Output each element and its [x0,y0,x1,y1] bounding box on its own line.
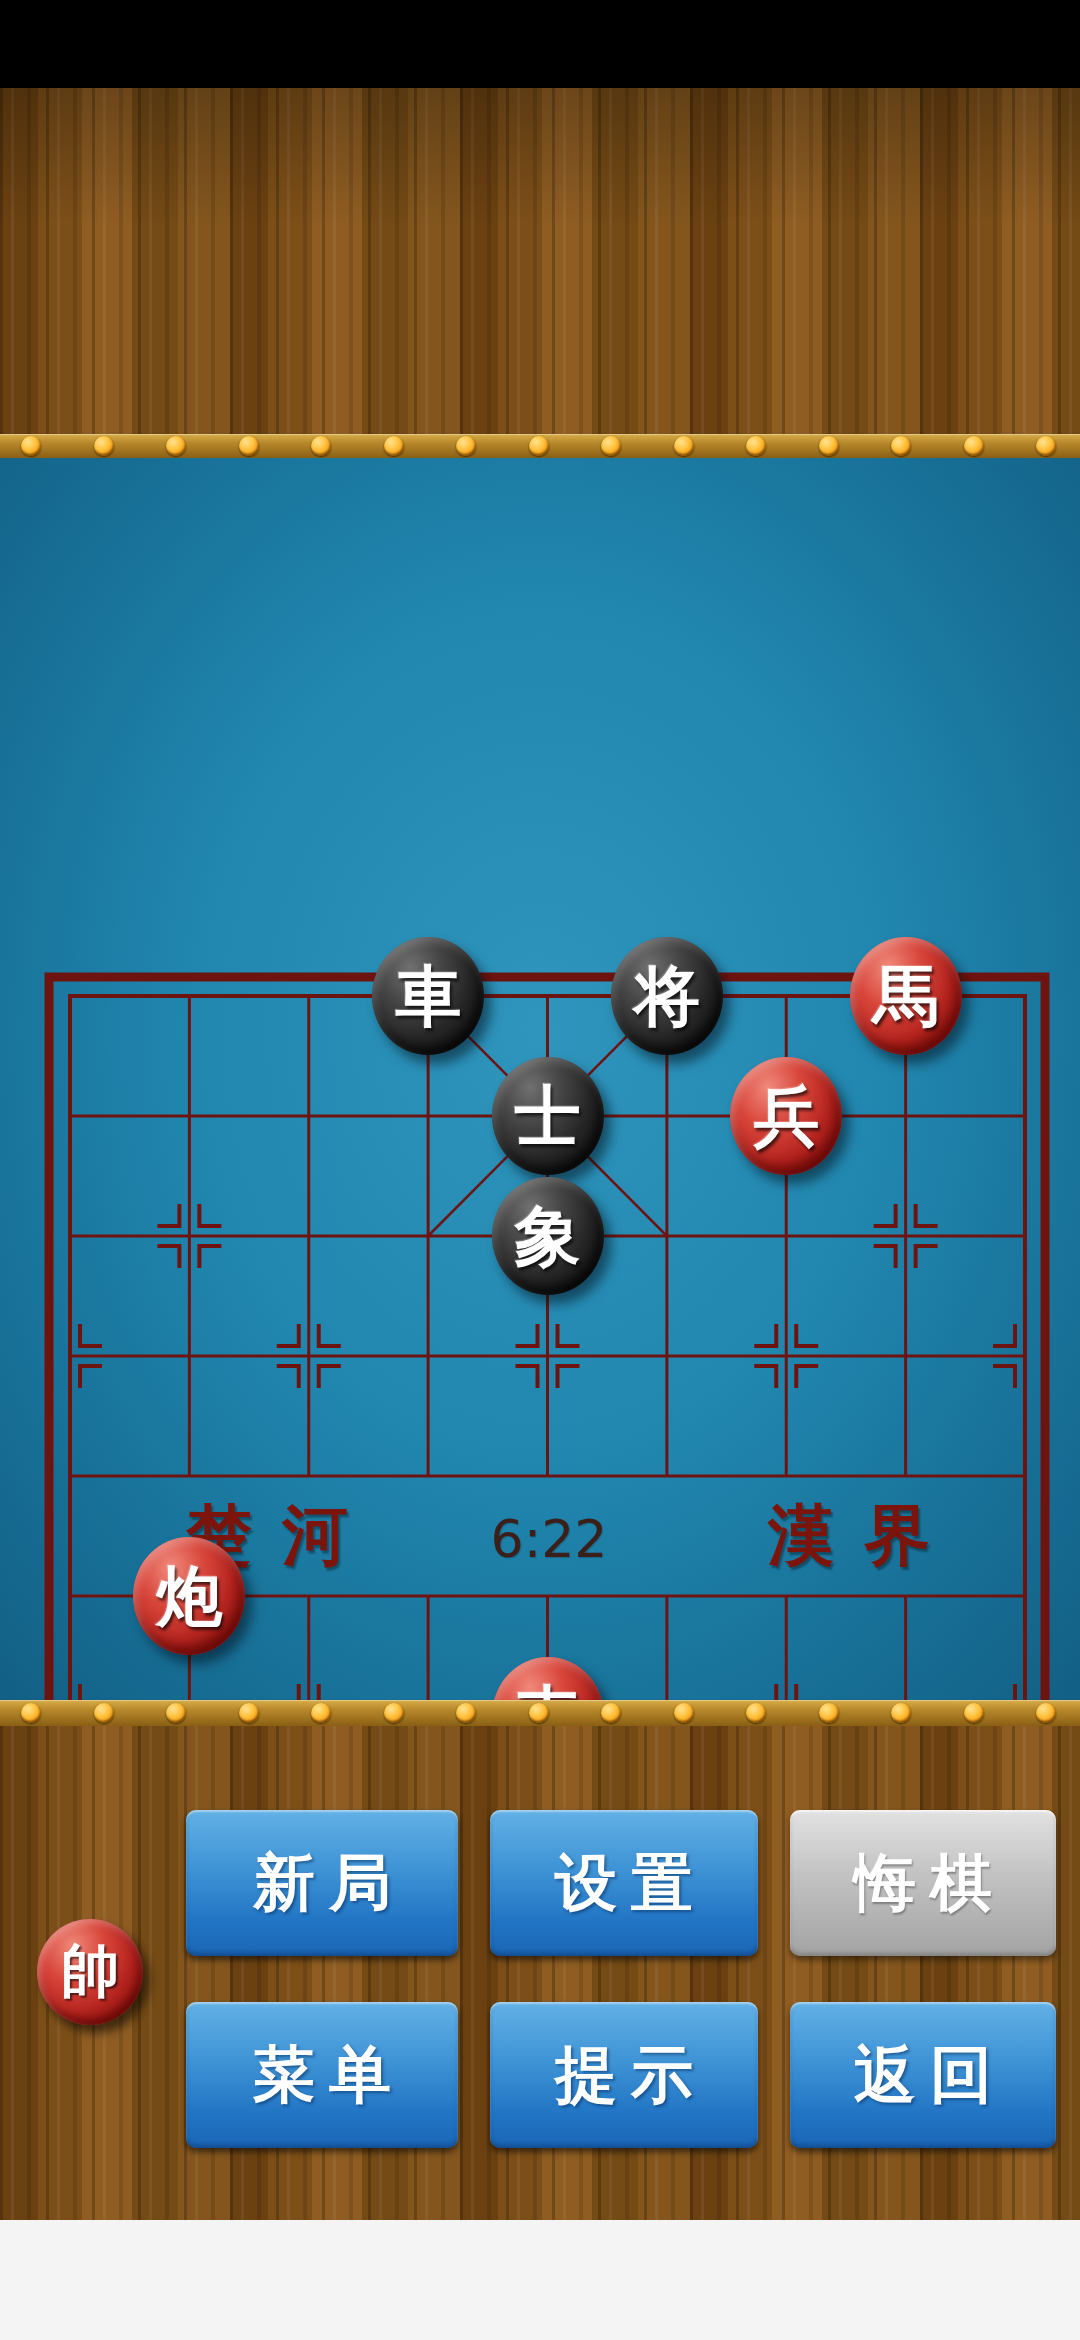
gold-stud [239,1703,259,1723]
gold-stud-rail-top [0,434,1080,458]
gold-stud [21,1703,41,1723]
gold-stud [94,1703,114,1723]
gold-stud [674,1703,694,1723]
gold-stud [746,1703,766,1723]
gold-stud [891,436,911,456]
android-nav-bar [0,2220,1080,2340]
gold-stud [1036,1703,1056,1723]
red-piece-馬[interactable]: 馬 [850,937,962,1055]
gold-stud [94,436,114,456]
settings-button[interactable]: 设置 [490,1810,758,1956]
menu-button[interactable]: 菜单 [186,2002,458,2148]
game-timer: 6:22 [491,1509,608,1569]
gold-stud [964,1703,984,1723]
back-label: 返回 [840,2033,1006,2117]
undo-button[interactable]: 悔棋 [790,1810,1056,1956]
undo-label: 悔棋 [840,1841,1006,1925]
piece-char: 兵 [753,1083,819,1149]
gold-stud [239,436,259,456]
gold-stud [891,1703,911,1723]
board-zone: 楚河 6:22 漢界 車将馬士兵象炮車卒馬帥砲車砲 [0,458,1080,1700]
black-piece-車[interactable]: 車 [372,937,484,1055]
back-button[interactable]: 返回 [790,2002,1056,2148]
new-game-button[interactable]: 新局 [186,1810,458,1956]
gold-stud [529,1703,549,1723]
new-game-label: 新局 [239,1841,405,1925]
hint-button[interactable]: 提示 [490,2002,758,2148]
gold-stud [456,436,476,456]
wood-panel-top [0,88,1080,434]
piece-char: 将 [634,963,700,1029]
gold-stud [601,1703,621,1723]
gold-stud [21,436,41,456]
turn-indicator-red-general: 帥 [37,1919,143,2025]
gold-stud [1036,436,1056,456]
menu-label: 菜单 [239,2033,405,2117]
black-piece-象[interactable]: 象 [492,1177,604,1295]
gold-stud [384,436,404,456]
piece-char: 炮 [156,1563,222,1629]
hint-label: 提示 [541,2033,707,2117]
piece-char: 士 [515,1083,581,1149]
gold-stud [166,1703,186,1723]
gold-stud [819,1703,839,1723]
gold-stud [601,436,621,456]
piece-char: 車 [395,963,461,1029]
red-piece-炮[interactable]: 炮 [133,1537,245,1655]
gold-stud [311,436,331,456]
turn-indicator-char: 帥 [61,1933,119,2011]
gold-stud [384,1703,404,1723]
piece-char: 馬 [873,963,939,1029]
gold-stud [456,1703,476,1723]
gold-stud [746,436,766,456]
status-bar [0,0,1080,88]
gold-stud [964,436,984,456]
red-piece-兵[interactable]: 兵 [730,1057,842,1175]
xiangqi-app-screen: 楚河 6:22 漢界 車将馬士兵象炮車卒馬帥砲車砲 帥 新局 设置 悔棋 菜单 … [0,0,1080,2340]
gold-stud [819,436,839,456]
piece-char: 象 [515,1203,581,1269]
gold-stud-rail-bottom [0,1700,1080,1726]
gold-stud [311,1703,331,1723]
settings-label: 设置 [541,1841,707,1925]
gold-stud [674,436,694,456]
gold-stud [529,436,549,456]
gold-stud [166,436,186,456]
black-piece-将[interactable]: 将 [611,937,723,1055]
black-piece-士[interactable]: 士 [492,1057,604,1175]
river-label-right: 漢界 [738,1491,960,1581]
